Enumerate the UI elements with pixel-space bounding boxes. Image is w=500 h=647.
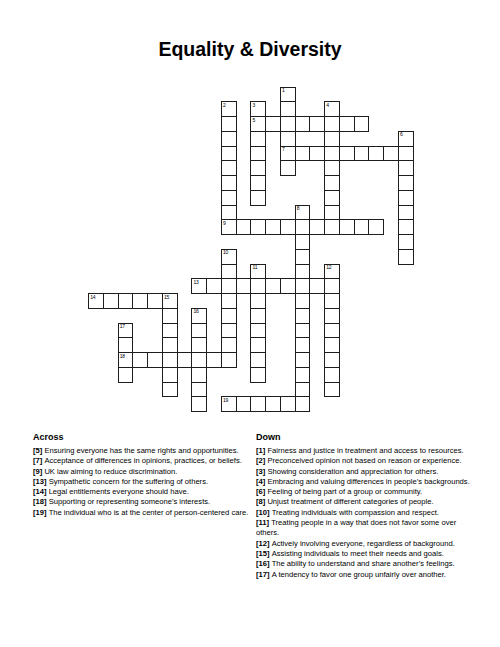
cell-r13c11[interactable] xyxy=(250,278,266,294)
cell-r17c5[interactable] xyxy=(162,337,178,353)
cell-r4c15[interactable] xyxy=(309,146,325,162)
cell-r21c14[interactable] xyxy=(295,396,311,412)
cell-r13c15[interactable] xyxy=(309,278,325,294)
clue-across-9: [9] UK law aiming to reduce discriminati… xyxy=(33,467,257,477)
clue-across-5: [5] Ensuring everyone has the same right… xyxy=(33,446,257,456)
cell-r16c7[interactable] xyxy=(191,323,207,339)
cell-r14c2[interactable] xyxy=(118,293,134,309)
cell-r19c5[interactable] xyxy=(162,367,178,383)
cell-r19c7[interactable] xyxy=(191,367,207,383)
cell-r8c9[interactable] xyxy=(221,205,237,221)
cell-number-4: 4 xyxy=(326,103,329,109)
clue-down-16: [16] The ability to understand and share… xyxy=(256,559,480,569)
cell-r11c9[interactable]: 10 xyxy=(221,249,237,265)
cell-number-12: 12 xyxy=(326,265,331,271)
cell-r21c10[interactable] xyxy=(236,396,252,412)
cell-r18c5[interactable] xyxy=(162,352,178,368)
cell-number-8: 8 xyxy=(297,206,300,212)
cell-r0c13[interactable]: 1 xyxy=(280,87,296,103)
cell-r12c16[interactable]: 12 xyxy=(324,264,340,280)
cell-r3c11[interactable] xyxy=(250,131,266,147)
cell-r2c12[interactable] xyxy=(265,116,281,132)
cell-r12c11[interactable]: 11 xyxy=(250,264,266,280)
cell-r16c16[interactable] xyxy=(324,323,340,339)
cell-r20c5[interactable] xyxy=(162,382,178,398)
cell-r9c13[interactable] xyxy=(280,219,296,235)
cell-r14c1[interactable] xyxy=(103,293,119,309)
cell-r12c14[interactable] xyxy=(295,264,311,280)
cell-r19c11[interactable] xyxy=(250,367,266,383)
clue-text: Ensuring everyone has the same rights an… xyxy=(44,446,238,455)
cell-r7c16[interactable] xyxy=(324,190,340,206)
cell-r14c16[interactable] xyxy=(324,293,340,309)
clue-number: [6] xyxy=(256,487,267,496)
cell-r14c14[interactable] xyxy=(295,293,311,309)
cell-r3c13[interactable] xyxy=(280,131,296,147)
cell-r18c11[interactable] xyxy=(250,352,266,368)
clue-text: Unjust treatment of different categories… xyxy=(267,497,433,506)
clue-number: [2] xyxy=(256,456,267,465)
cell-r17c16[interactable] xyxy=(324,337,340,353)
clue-text: UK law aiming to reduce discrimination. xyxy=(44,467,177,476)
clue-number: [8] xyxy=(256,497,267,506)
cell-number-18: 18 xyxy=(120,354,125,360)
clue-down-17: [17] A tendency to favor one group unfai… xyxy=(256,570,480,580)
clue-number: [10] xyxy=(256,508,272,517)
cell-r19c14[interactable] xyxy=(295,367,311,383)
clue-text: Sympathetic concern for the suffering of… xyxy=(49,477,208,486)
clue-number: [14] xyxy=(33,487,49,496)
cell-r2c9[interactable] xyxy=(221,116,237,132)
cell-r1c11[interactable]: 3 xyxy=(250,101,266,117)
cell-number-5: 5 xyxy=(252,118,255,124)
cell-r19c2[interactable] xyxy=(118,367,134,383)
cell-r4c13[interactable]: 7 xyxy=(280,146,296,162)
cell-r9c21[interactable] xyxy=(398,219,414,235)
cell-r8c16[interactable] xyxy=(324,205,340,221)
cell-r4c19[interactable] xyxy=(368,146,384,162)
cell-number-7: 7 xyxy=(282,147,285,153)
clue-text: Legal entitlements everyone should have. xyxy=(49,487,189,496)
cell-r5c9[interactable] xyxy=(221,160,237,176)
clue-text: Actively involving everyone, regardless … xyxy=(272,539,455,548)
clue-text: Embracing and valuing differences in peo… xyxy=(267,477,469,486)
clue-down-3: [3] Showing consideration and appreciati… xyxy=(256,467,480,477)
clue-text: A tendency to favor one group unfairly o… xyxy=(272,570,446,579)
down-clues-section: Down [1] Fairness and justice in treatme… xyxy=(256,432,480,580)
cell-r4c20[interactable] xyxy=(383,146,399,162)
cell-r16c2[interactable]: 17 xyxy=(118,323,134,339)
cell-number-15: 15 xyxy=(164,295,169,301)
cell-r2c17[interactable] xyxy=(339,116,355,132)
clue-number: [12] xyxy=(256,539,272,548)
clue-down-15: [15] Assisting individuals to meet their… xyxy=(256,549,480,559)
cell-r14c5[interactable]: 15 xyxy=(162,293,178,309)
cell-r2c11[interactable]: 5 xyxy=(250,116,266,132)
clue-number: [1] xyxy=(256,446,267,455)
cell-r11c21[interactable] xyxy=(398,249,414,265)
clue-text: Supporting or representing someone’s int… xyxy=(49,497,211,506)
cell-r21c11[interactable] xyxy=(250,396,266,412)
cell-r9c10[interactable] xyxy=(236,219,252,235)
cell-r13c14[interactable] xyxy=(295,278,311,294)
clue-text: The individual who is at the center of p… xyxy=(49,508,249,517)
cell-r4c9[interactable] xyxy=(221,146,237,162)
clue-down-11: [11] Treating people in a way that does … xyxy=(256,518,480,539)
cell-r9c14[interactable] xyxy=(295,219,311,235)
clue-down-12: [12] Actively involving everyone, regard… xyxy=(256,539,480,549)
clue-number: [9] xyxy=(33,467,44,476)
cell-number-6: 6 xyxy=(400,132,403,138)
cell-r16c11[interactable] xyxy=(250,323,266,339)
cell-r9c15[interactable] xyxy=(309,219,325,235)
cell-r15c16[interactable] xyxy=(324,308,340,324)
cell-r13c7[interactable]: 13 xyxy=(191,278,207,294)
cell-r2c16[interactable] xyxy=(324,116,340,132)
cell-r6c9[interactable] xyxy=(221,175,237,191)
cell-number-11: 11 xyxy=(252,265,257,271)
cell-r16c5[interactable] xyxy=(162,323,178,339)
clue-number: [15] xyxy=(256,549,272,558)
cell-r4c14[interactable] xyxy=(295,146,311,162)
clue-down-2: [2] Preconceived opinion not based on re… xyxy=(256,456,480,466)
cell-r14c3[interactable] xyxy=(132,293,148,309)
clue-text: Feeling of being part of a group or comm… xyxy=(267,487,422,496)
clue-across-7: [7] Acceptance of differences in opinion… xyxy=(33,456,257,466)
cell-r10c21[interactable] xyxy=(398,234,414,250)
cell-number-16: 16 xyxy=(193,309,198,315)
cell-r13c10[interactable] xyxy=(236,278,252,294)
clue-number: [3] xyxy=(256,467,267,476)
cell-r13c16[interactable] xyxy=(324,278,340,294)
cell-r7c9[interactable] xyxy=(221,190,237,206)
clue-across-14: [14] Legal entitlements everyone should … xyxy=(33,487,257,497)
cell-r20c16[interactable] xyxy=(324,382,340,398)
cell-r18c4[interactable] xyxy=(147,352,163,368)
cell-r17c11[interactable] xyxy=(250,337,266,353)
cell-r13c9[interactable] xyxy=(221,278,237,294)
cell-r3c21[interactable]: 6 xyxy=(398,131,414,147)
cell-r5c21[interactable] xyxy=(398,160,414,176)
cell-r13c12[interactable] xyxy=(265,278,281,294)
clue-number: [19] xyxy=(33,508,49,517)
cell-r6c16[interactable] xyxy=(324,175,340,191)
cell-r2c13[interactable] xyxy=(280,116,296,132)
cell-r8c14[interactable]: 8 xyxy=(295,205,311,221)
cell-r1c16[interactable]: 4 xyxy=(324,101,340,117)
cell-number-3: 3 xyxy=(252,103,255,109)
clue-text: Showing consideration and appreciation f… xyxy=(267,467,438,476)
cell-r10c14[interactable] xyxy=(295,234,311,250)
clue-text: Fairness and justice in treatment and ac… xyxy=(267,446,463,455)
cell-number-2: 2 xyxy=(223,103,226,109)
cell-r20c14[interactable] xyxy=(295,382,311,398)
cell-number-1: 1 xyxy=(282,88,285,94)
cell-r6c11[interactable] xyxy=(250,175,266,191)
page-title: Equality & Diversity xyxy=(0,39,500,60)
across-clues-section: Across [5] Ensuring everyone has the sam… xyxy=(33,432,257,518)
cell-r9c12[interactable] xyxy=(265,219,281,235)
cell-r18c8[interactable] xyxy=(206,352,222,368)
cell-r1c9[interactable]: 2 xyxy=(221,101,237,117)
cell-number-19: 19 xyxy=(223,398,228,404)
cell-r21c12[interactable] xyxy=(265,396,281,412)
crossword-grid: 12345678910111213141516171819 xyxy=(89,87,414,412)
cell-r18c14[interactable] xyxy=(295,352,311,368)
cell-r15c7[interactable]: 16 xyxy=(191,308,207,324)
cell-r5c13[interactable] xyxy=(280,160,296,176)
cell-r21c7[interactable] xyxy=(191,396,207,412)
cell-r9c18[interactable] xyxy=(354,219,370,235)
cell-r3c9[interactable] xyxy=(221,131,237,147)
cell-r7c21[interactable] xyxy=(398,190,414,206)
clue-text: Acceptance of differences in opinions, p… xyxy=(44,456,241,465)
cell-number-9: 9 xyxy=(223,221,226,227)
clue-across-19: [19] The individual who is at the center… xyxy=(33,508,257,518)
cell-r15c5[interactable] xyxy=(162,308,178,324)
cell-r5c11[interactable] xyxy=(250,160,266,176)
cell-number-13: 13 xyxy=(193,280,198,286)
clue-down-4: [4] Embracing and valuing differences in… xyxy=(256,477,480,487)
cell-r9c16[interactable] xyxy=(324,219,340,235)
clue-text: The ability to understand and share anot… xyxy=(272,559,455,568)
cell-r18c2[interactable]: 18 xyxy=(118,352,134,368)
across-clue-list: [5] Ensuring everyone has the same right… xyxy=(33,446,257,518)
clue-number: [5] xyxy=(33,446,44,455)
cell-r4c18[interactable] xyxy=(354,146,370,162)
cell-r18c9[interactable] xyxy=(221,352,237,368)
cell-r8c21[interactable] xyxy=(398,205,414,221)
cell-r15c14[interactable] xyxy=(295,308,311,324)
cell-number-14: 14 xyxy=(90,295,95,301)
cell-r9c17[interactable] xyxy=(339,219,355,235)
cell-r3c16[interactable] xyxy=(324,131,340,147)
clue-number: [16] xyxy=(256,559,272,568)
clue-text: Treating people in a way that does not f… xyxy=(256,518,456,537)
cell-r2c18[interactable] xyxy=(354,116,370,132)
clue-down-6: [6] Feeling of being part of a group or … xyxy=(256,487,480,497)
cell-r21c13[interactable] xyxy=(280,396,296,412)
cell-r20c7[interactable] xyxy=(191,382,207,398)
clue-text: Preconceived opinion not based on reason… xyxy=(267,456,461,465)
cell-r17c7[interactable] xyxy=(191,337,207,353)
cell-r4c21[interactable] xyxy=(398,146,414,162)
clue-number: [18] xyxy=(33,497,49,506)
clue-across-13: [13] Sympathetic concern for the sufferi… xyxy=(33,477,257,487)
cell-r15c11[interactable] xyxy=(250,308,266,324)
cell-r17c14[interactable] xyxy=(295,337,311,353)
clue-number: [7] xyxy=(33,456,44,465)
down-clue-list: [1] Fairness and justice in treatment an… xyxy=(256,446,480,580)
across-header: Across xyxy=(33,432,257,442)
cell-r2c15[interactable] xyxy=(309,116,325,132)
cell-r14c11[interactable] xyxy=(250,293,266,309)
clue-number: [17] xyxy=(256,570,272,579)
cell-r21c9[interactable]: 19 xyxy=(221,396,237,412)
cell-number-10: 10 xyxy=(223,250,228,256)
cell-r9c9[interactable]: 9 xyxy=(221,219,237,235)
cell-r13c8[interactable] xyxy=(206,278,222,294)
cell-r11c14[interactable] xyxy=(295,249,311,265)
cell-r14c4[interactable] xyxy=(147,293,163,309)
cell-r18c6[interactable] xyxy=(177,352,193,368)
cell-r16c14[interactable] xyxy=(295,323,311,339)
cell-r19c16[interactable] xyxy=(324,367,340,383)
cell-r15c9[interactable] xyxy=(221,308,237,324)
cell-r17c9[interactable] xyxy=(221,337,237,353)
cell-r2c14[interactable] xyxy=(295,116,311,132)
cell-r4c17[interactable] xyxy=(339,146,355,162)
cell-number-17: 17 xyxy=(120,324,125,330)
cell-r9c19[interactable] xyxy=(368,219,384,235)
cell-r7c11[interactable] xyxy=(250,190,266,206)
clue-number: [13] xyxy=(33,477,49,486)
clue-number: [11] xyxy=(256,518,271,527)
cell-r18c3[interactable] xyxy=(132,352,148,368)
cell-r18c7[interactable] xyxy=(191,352,207,368)
clue-across-18: [18] Supporting or representing someone’… xyxy=(33,497,257,507)
cell-r12c9[interactable] xyxy=(221,264,237,280)
cell-r4c16[interactable] xyxy=(324,146,340,162)
clue-text: Treating individuals with compassion and… xyxy=(272,508,439,517)
cell-r4c11[interactable] xyxy=(250,146,266,162)
cell-r14c0[interactable]: 14 xyxy=(88,293,104,309)
cell-r14c9[interactable] xyxy=(221,293,237,309)
clue-text: Assisting individuals to meet their need… xyxy=(272,549,444,558)
clue-down-10: [10] Treating individuals with compassio… xyxy=(256,508,480,518)
cell-r9c11[interactable] xyxy=(250,219,266,235)
cell-r6c21[interactable] xyxy=(398,175,414,191)
cell-r16c9[interactable] xyxy=(221,323,237,339)
cell-r1c13[interactable] xyxy=(280,101,296,117)
clue-down-8: [8] Unjust treatment of different catego… xyxy=(256,497,480,507)
cell-r5c16[interactable] xyxy=(324,160,340,176)
cell-r18c16[interactable] xyxy=(324,352,340,368)
cell-r17c2[interactable] xyxy=(118,337,134,353)
clue-number: [4] xyxy=(256,477,267,486)
cell-r13c13[interactable] xyxy=(280,278,296,294)
crossword-page: Equality & Diversity 1234567891011121314… xyxy=(0,0,500,647)
down-header: Down xyxy=(256,432,480,442)
clue-down-1: [1] Fairness and justice in treatment an… xyxy=(256,446,480,456)
